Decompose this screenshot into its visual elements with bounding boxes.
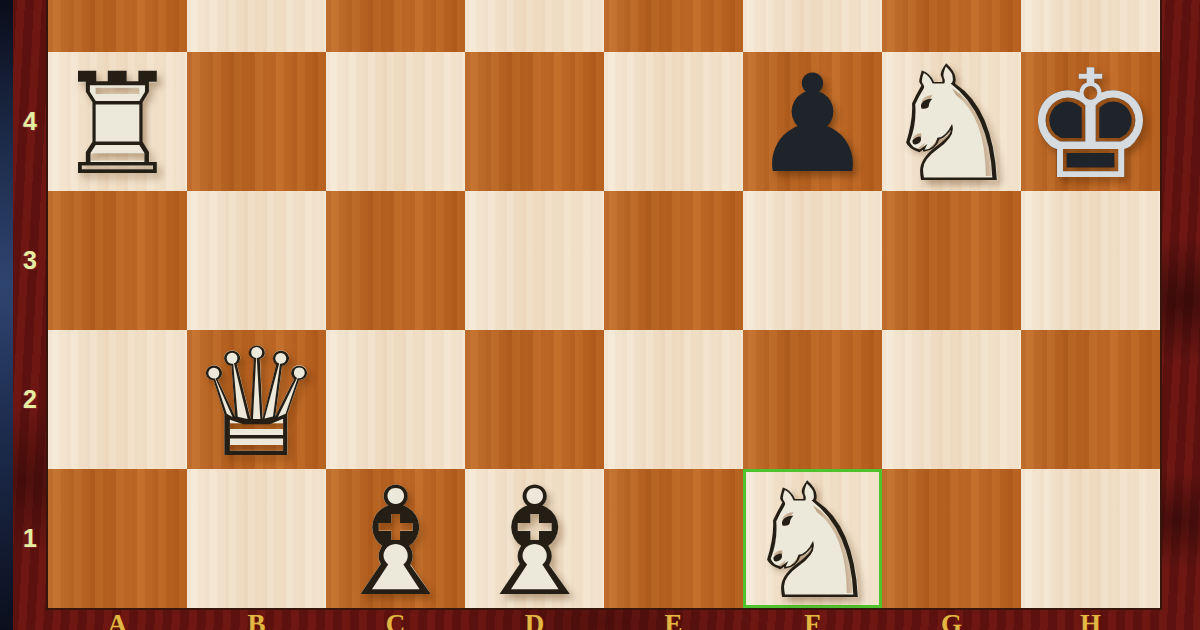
file-label-c: C — [326, 609, 465, 630]
piece-white-queen[interactable]: ♛♕ — [187, 330, 326, 469]
square-h2[interactable] — [1021, 330, 1160, 469]
rank-label-3: 3 — [12, 246, 48, 276]
chess-app-window: ♜♖♟♞♘♚♔♛♕♝♗♝♗♞♘ 4321 ABCDEFGH — [0, 0, 1200, 630]
white-knight-outline: ♘ — [743, 472, 882, 611]
square-f1[interactable]: ♞♘ — [743, 469, 882, 608]
piece-black-king[interactable]: ♚♔ — [1021, 52, 1160, 191]
file-label-a: A — [48, 609, 187, 630]
piece-white-rook[interactable]: ♜♖ — [48, 52, 187, 191]
white-queen-outline: ♕ — [187, 333, 326, 472]
square-g3[interactable] — [882, 191, 1021, 330]
square-c3[interactable] — [326, 191, 465, 330]
piece-white-bishop[interactable]: ♝♗ — [465, 469, 604, 608]
rank-label-1: 1 — [12, 524, 48, 554]
square-b4[interactable] — [187, 52, 326, 191]
square-b5[interactable] — [187, 0, 326, 52]
square-b2[interactable]: ♛♕ — [187, 330, 326, 469]
square-e1[interactable] — [604, 469, 743, 608]
square-a2[interactable] — [48, 330, 187, 469]
square-e4[interactable] — [604, 52, 743, 191]
square-a1[interactable] — [48, 469, 187, 608]
square-c2[interactable] — [326, 330, 465, 469]
square-d2[interactable] — [465, 330, 604, 469]
rank-label-2: 2 — [12, 385, 48, 415]
file-label-b: B — [187, 609, 326, 630]
square-a3[interactable] — [48, 191, 187, 330]
square-a4[interactable]: ♜♖ — [48, 52, 187, 191]
piece-white-bishop[interactable]: ♝♗ — [326, 469, 465, 608]
square-b1[interactable] — [187, 469, 326, 608]
square-d3[interactable] — [465, 191, 604, 330]
square-e5[interactable] — [604, 0, 743, 52]
file-label-h: H — [1021, 609, 1160, 630]
square-c5[interactable] — [326, 0, 465, 52]
file-label-e: E — [604, 609, 743, 630]
square-d5[interactable] — [465, 0, 604, 52]
square-d1[interactable]: ♝♗ — [465, 469, 604, 608]
square-e2[interactable] — [604, 330, 743, 469]
square-f3[interactable] — [743, 191, 882, 330]
square-c1[interactable]: ♝♗ — [326, 469, 465, 608]
square-h3[interactable] — [1021, 191, 1160, 330]
white-bishop-outline: ♗ — [326, 472, 465, 611]
white-rook-outline: ♖ — [48, 55, 187, 194]
square-h1[interactable] — [1021, 469, 1160, 608]
square-f5[interactable] — [743, 0, 882, 52]
file-label-d: D — [465, 609, 604, 630]
black-king-outline: ♔ — [1021, 55, 1160, 194]
square-h4[interactable]: ♚♔ — [1021, 52, 1160, 191]
chess-board[interactable]: ♜♖♟♞♘♚♔♛♕♝♗♝♗♞♘ — [48, 0, 1160, 608]
piece-white-knight[interactable]: ♞♘ — [743, 469, 882, 608]
square-b3[interactable] — [187, 191, 326, 330]
piece-white-knight[interactable]: ♞♘ — [882, 52, 1021, 191]
square-g4[interactable]: ♞♘ — [882, 52, 1021, 191]
black-pawn-glyph: ♟ — [743, 55, 882, 194]
piece-black-pawn[interactable]: ♟ — [743, 52, 882, 191]
white-knight-outline: ♘ — [882, 55, 1021, 194]
square-e3[interactable] — [604, 191, 743, 330]
rank-label-4: 4 — [12, 107, 48, 137]
square-d4[interactable] — [465, 52, 604, 191]
file-label-g: G — [882, 609, 1021, 630]
square-f4[interactable]: ♟ — [743, 52, 882, 191]
square-g1[interactable] — [882, 469, 1021, 608]
square-c4[interactable] — [326, 52, 465, 191]
file-label-f: F — [743, 609, 882, 630]
square-g2[interactable] — [882, 330, 1021, 469]
white-bishop-outline: ♗ — [465, 472, 604, 611]
